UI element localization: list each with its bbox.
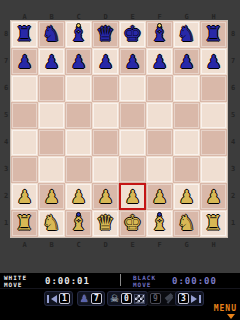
skip-forward-icon bbox=[191, 295, 197, 303]
square-b4[interactable] bbox=[38, 129, 65, 156]
square-d1[interactable]: ♛ bbox=[92, 210, 119, 237]
piece-black-pawn: ♟ bbox=[97, 48, 113, 75]
piece-black-bishop: ♝ bbox=[150, 21, 169, 48]
key-1-label: 1 bbox=[59, 293, 70, 304]
piece-white-pawn: ♟ bbox=[178, 183, 194, 210]
key-9-label: 9 bbox=[150, 293, 161, 304]
square-b1[interactable]: ♞ bbox=[38, 210, 65, 237]
piece-white-knight: ♞ bbox=[42, 210, 61, 237]
square-h4[interactable] bbox=[200, 129, 227, 156]
square-a2[interactable]: ♟ bbox=[11, 183, 38, 210]
square-c2[interactable]: ♟ bbox=[65, 183, 92, 210]
coord-label-7: 7 bbox=[2, 48, 10, 75]
file-labels-bottom: ABCDEFGH bbox=[11, 241, 227, 249]
square-c6[interactable] bbox=[65, 75, 92, 102]
square-g6[interactable] bbox=[173, 75, 200, 102]
piece-black-pawn: ♟ bbox=[178, 48, 194, 75]
square-c4[interactable] bbox=[65, 129, 92, 156]
square-b8[interactable]: ♞ bbox=[38, 21, 65, 48]
piece-white-bishop: ♝ bbox=[150, 210, 169, 237]
coord-label-G: G bbox=[173, 13, 200, 21]
square-d2[interactable]: ♟ bbox=[92, 183, 119, 210]
piece-white-bishop: ♝ bbox=[69, 210, 88, 237]
coord-label-H: H bbox=[200, 13, 227, 21]
key-0-label: 0 bbox=[121, 293, 132, 304]
file-labels-top: ABCDEFGH bbox=[11, 13, 227, 21]
coord-label-6: 6 bbox=[2, 75, 10, 102]
square-b2[interactable]: ♟ bbox=[38, 183, 65, 210]
black-clock: 0:00:00 bbox=[172, 276, 217, 286]
square-e1[interactable]: ♚ bbox=[119, 210, 146, 237]
chess-board: ♜♞♝♛♚♝♞♜♟♟♟♟♟♟♟♟♟♟♟♟♟♟♟♟♜♞♝♛♚♝♞♜ bbox=[11, 21, 227, 237]
skull-icon: ☠ bbox=[110, 294, 119, 304]
piece-black-pawn: ♟ bbox=[70, 48, 86, 75]
coord-label-F: F bbox=[146, 13, 173, 21]
square-h1[interactable]: ♜ bbox=[200, 210, 227, 237]
piece-white-pawn: ♟ bbox=[16, 183, 32, 210]
piece-black-king: ♚ bbox=[123, 21, 142, 48]
square-d7[interactable]: ♟ bbox=[92, 48, 119, 75]
square-f3[interactable] bbox=[146, 156, 173, 183]
square-c3[interactable] bbox=[65, 156, 92, 183]
piece-black-pawn: ♟ bbox=[124, 48, 140, 75]
coord-label-G: G bbox=[173, 241, 200, 249]
black-move-label: BLACK MOVE bbox=[133, 274, 156, 288]
square-e8[interactable]: ♚ bbox=[119, 21, 146, 48]
status-bar: WHITE MOVE 0:00:01 BLACK MOVE 0:00:00 bbox=[0, 273, 240, 288]
square-g5[interactable] bbox=[173, 102, 200, 129]
end-game-button[interactable]: ☠ 0 bbox=[107, 291, 148, 306]
piece-black-rook: ♜ bbox=[15, 21, 34, 48]
bottom-panel: WHITE MOVE 0:00:01 BLACK MOVE 0:00:00 1 … bbox=[0, 273, 240, 320]
coord-label-3: 3 bbox=[229, 156, 237, 183]
skip-back-button[interactable]: 1 bbox=[44, 291, 73, 306]
square-f1[interactable]: ♝ bbox=[146, 210, 173, 237]
square-h5[interactable] bbox=[200, 102, 227, 129]
coord-label-F: F bbox=[146, 241, 173, 249]
coord-label-D: D bbox=[92, 13, 119, 21]
piece-black-pawn: ♟ bbox=[205, 48, 221, 75]
square-a8[interactable]: ♜ bbox=[11, 21, 38, 48]
square-f2[interactable]: ♟ bbox=[146, 183, 173, 210]
square-d4[interactable] bbox=[92, 129, 119, 156]
coord-label-8: 8 bbox=[229, 21, 237, 48]
piece-white-pawn: ♟ bbox=[97, 183, 113, 210]
white-move-label: WHITE MOVE bbox=[4, 274, 27, 288]
square-c1[interactable]: ♝ bbox=[65, 210, 92, 237]
square-h7[interactable]: ♟ bbox=[200, 48, 227, 75]
coord-label-A: A bbox=[11, 13, 38, 21]
square-f5[interactable] bbox=[146, 102, 173, 129]
square-h6[interactable] bbox=[200, 75, 227, 102]
piece-white-queen: ♛ bbox=[96, 210, 115, 237]
square-a3[interactable] bbox=[11, 156, 38, 183]
square-f8[interactable]: ♝ bbox=[146, 21, 173, 48]
coord-label-2: 2 bbox=[229, 183, 237, 210]
square-e3[interactable] bbox=[119, 156, 146, 183]
piece-black-queen: ♛ bbox=[96, 21, 115, 48]
square-d3[interactable] bbox=[92, 156, 119, 183]
action-9-button[interactable]: 9 bbox=[147, 291, 178, 306]
coord-label-E: E bbox=[119, 13, 146, 21]
piece-white-rook: ♜ bbox=[204, 210, 223, 237]
piece-black-pawn: ♟ bbox=[43, 48, 59, 75]
square-a7[interactable]: ♟ bbox=[11, 48, 38, 75]
hammer-icon bbox=[163, 293, 175, 305]
square-g8[interactable]: ♞ bbox=[173, 21, 200, 48]
coord-label-B: B bbox=[38, 241, 65, 249]
square-e7[interactable]: ♟ bbox=[119, 48, 146, 75]
coord-label-H: H bbox=[200, 241, 227, 249]
rank-labels-left: 87654321 bbox=[2, 21, 10, 237]
square-g2[interactable]: ♟ bbox=[173, 183, 200, 210]
coord-label-E: E bbox=[119, 241, 146, 249]
rank-labels-right: 87654321 bbox=[229, 21, 237, 237]
piece-black-knight: ♞ bbox=[42, 21, 61, 48]
menu-button[interactable]: MENU bbox=[214, 305, 237, 319]
coord-label-D: D bbox=[92, 241, 119, 249]
square-e4[interactable] bbox=[119, 129, 146, 156]
square-b6[interactable] bbox=[38, 75, 65, 102]
toolbar: 1 ♟ 7 ☠ 0 9 3 MENU bbox=[0, 288, 240, 320]
square-f7[interactable]: ♟ bbox=[146, 48, 173, 75]
piece-black-pawn: ♟ bbox=[16, 48, 32, 75]
square-a1[interactable]: ♜ bbox=[11, 210, 38, 237]
square-a5[interactable] bbox=[11, 102, 38, 129]
square-h3[interactable] bbox=[200, 156, 227, 183]
coord-label-8: 8 bbox=[2, 21, 10, 48]
piece-black-rook: ♜ bbox=[204, 21, 223, 48]
chess-app-screen: ABCDEFGH ABCDEFGH 87654321 87654321 ♜♞♝♛… bbox=[0, 0, 240, 320]
square-h8[interactable]: ♜ bbox=[200, 21, 227, 48]
coord-label-B: B bbox=[38, 13, 65, 21]
piece-white-pawn: ♟ bbox=[70, 183, 86, 210]
piece-white-king: ♚ bbox=[123, 210, 142, 237]
coord-label-5: 5 bbox=[2, 102, 10, 129]
coord-label-4: 4 bbox=[2, 129, 10, 156]
coord-label-6: 6 bbox=[229, 75, 237, 102]
skip-back-icon bbox=[47, 295, 49, 303]
take-back-button[interactable]: ♟ 7 bbox=[77, 291, 105, 306]
clock-divider bbox=[120, 274, 121, 286]
square-e2[interactable]: ♟ bbox=[119, 183, 146, 210]
square-c5[interactable] bbox=[65, 102, 92, 129]
piece-black-bishop: ♝ bbox=[69, 21, 88, 48]
square-d6[interactable] bbox=[92, 75, 119, 102]
coord-label-A: A bbox=[11, 241, 38, 249]
checkered-flag-icon bbox=[134, 294, 145, 304]
square-c7[interactable]: ♟ bbox=[65, 48, 92, 75]
square-e6[interactable] bbox=[119, 75, 146, 102]
piece-black-pawn: ♟ bbox=[151, 48, 167, 75]
coord-label-5: 5 bbox=[229, 102, 237, 129]
coord-label-2: 2 bbox=[2, 183, 10, 210]
piece-white-knight: ♞ bbox=[177, 210, 196, 237]
white-clock: 0:00:01 bbox=[45, 276, 90, 286]
square-b5[interactable] bbox=[38, 102, 65, 129]
piece-white-pawn: ♟ bbox=[151, 183, 167, 210]
square-g7[interactable]: ♟ bbox=[173, 48, 200, 75]
square-g4[interactable] bbox=[173, 129, 200, 156]
square-g1[interactable]: ♞ bbox=[173, 210, 200, 237]
square-h2[interactable]: ♟ bbox=[200, 183, 227, 210]
square-a6[interactable] bbox=[11, 75, 38, 102]
coord-label-3: 3 bbox=[2, 156, 10, 183]
coord-label-1: 1 bbox=[229, 210, 237, 237]
square-b7[interactable]: ♟ bbox=[38, 48, 65, 75]
skip-forward-button[interactable]: 3 bbox=[175, 291, 204, 306]
square-b3[interactable] bbox=[38, 156, 65, 183]
piece-black-knight: ♞ bbox=[177, 21, 196, 48]
pawn-icon: ♟ bbox=[80, 294, 89, 304]
coord-label-7: 7 bbox=[229, 48, 237, 75]
square-a4[interactable] bbox=[11, 129, 38, 156]
key-3-label: 3 bbox=[178, 293, 189, 304]
square-e5[interactable] bbox=[119, 102, 146, 129]
square-d8[interactable]: ♛ bbox=[92, 21, 119, 48]
piece-white-pawn: ♟ bbox=[43, 183, 59, 210]
square-g3[interactable] bbox=[173, 156, 200, 183]
square-f4[interactable] bbox=[146, 129, 173, 156]
key-7-label: 7 bbox=[91, 293, 102, 304]
menu-arrow-icon bbox=[227, 314, 235, 319]
coord-label-4: 4 bbox=[229, 129, 237, 156]
square-c8[interactable]: ♝ bbox=[65, 21, 92, 48]
square-f6[interactable] bbox=[146, 75, 173, 102]
coord-label-1: 1 bbox=[2, 210, 10, 237]
piece-white-rook: ♜ bbox=[15, 210, 34, 237]
coord-label-C: C bbox=[65, 13, 92, 21]
piece-white-pawn: ♟ bbox=[205, 183, 221, 210]
square-d5[interactable] bbox=[92, 102, 119, 129]
piece-white-pawn: ♟ bbox=[124, 183, 140, 210]
coord-label-C: C bbox=[65, 241, 92, 249]
